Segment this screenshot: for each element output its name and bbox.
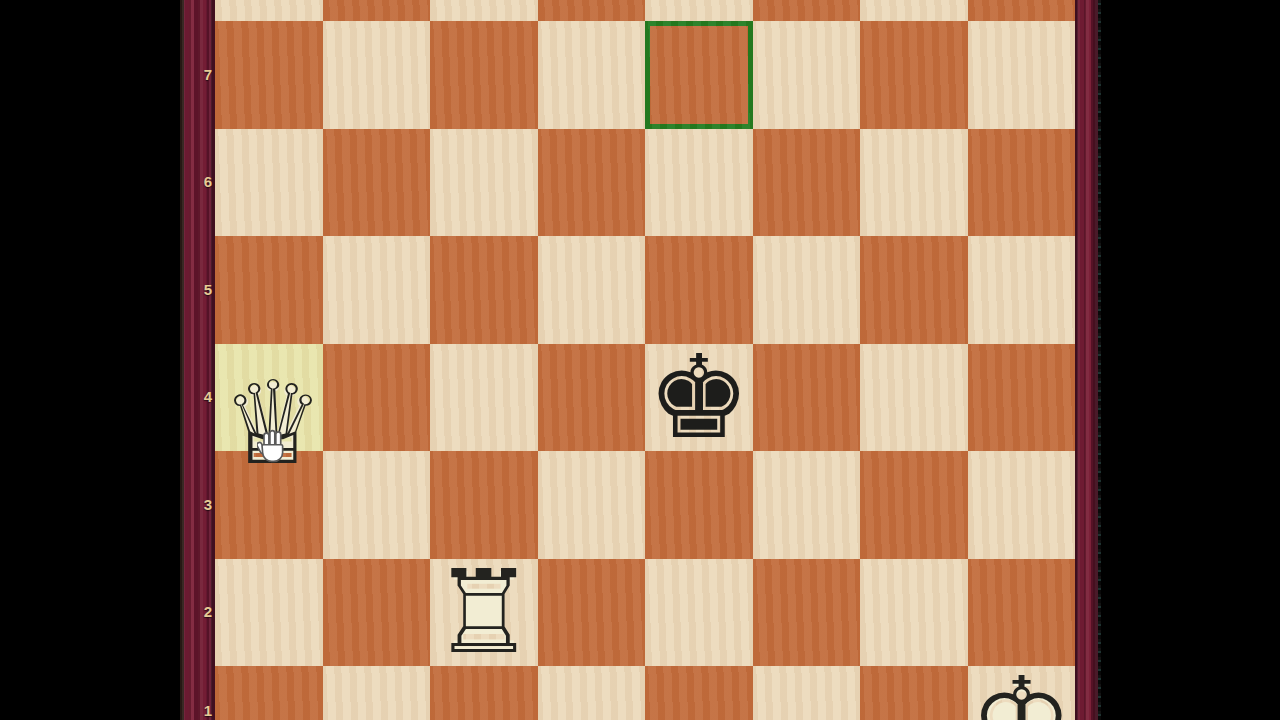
square-b1[interactable] <box>323 666 431 720</box>
square-h4[interactable] <box>968 344 1076 452</box>
square-d7[interactable] <box>538 21 646 129</box>
square-e6[interactable] <box>645 129 753 237</box>
square-a6[interactable] <box>215 129 323 237</box>
square-c7[interactable] <box>430 21 538 129</box>
square-b2[interactable] <box>323 559 431 667</box>
square-d8[interactable] <box>538 0 646 21</box>
square-h5[interactable] <box>968 236 1076 344</box>
square-g1[interactable] <box>860 666 968 720</box>
square-d6[interactable] <box>538 129 646 237</box>
video-edge-artifact <box>1098 0 1101 720</box>
rank-label-7: 7 <box>198 66 212 84</box>
piece-outline-glyph: ♚ <box>647 340 750 455</box>
piece-outline-glyph: ♖ <box>432 555 535 670</box>
square-d4[interactable] <box>538 344 646 452</box>
square-h1[interactable]: ♚♔ <box>968 666 1076 720</box>
square-g8[interactable] <box>860 0 968 21</box>
square-c2[interactable]: ♜♖ <box>430 559 538 667</box>
board-frame-left: 7654321 <box>180 0 215 720</box>
square-a8[interactable] <box>215 0 323 21</box>
rank-label-4: 4 <box>198 388 212 406</box>
board-viewport: ♛♕♚♜♖♚♔ <box>215 0 1075 720</box>
square-d3[interactable] <box>538 451 646 559</box>
square-f3[interactable] <box>753 451 861 559</box>
square-e4[interactable]: ♚ <box>645 344 753 452</box>
square-g7[interactable] <box>860 21 968 129</box>
square-g4[interactable] <box>860 344 968 452</box>
white-rook[interactable]: ♜♖ <box>430 559 538 667</box>
chess-board[interactable]: ♛♕♚♜♖♚♔ <box>215 0 1075 720</box>
rank-label-1: 1 <box>198 702 212 720</box>
square-h6[interactable] <box>968 129 1076 237</box>
hand-grab-cursor <box>257 428 289 464</box>
piece-outline-glyph: ♔ <box>970 662 1073 720</box>
square-f6[interactable] <box>753 129 861 237</box>
square-d5[interactable] <box>538 236 646 344</box>
square-a1[interactable] <box>215 666 323 720</box>
square-f2[interactable] <box>753 559 861 667</box>
square-g5[interactable] <box>860 236 968 344</box>
square-f4[interactable] <box>753 344 861 452</box>
square-f5[interactable] <box>753 236 861 344</box>
square-b3[interactable] <box>323 451 431 559</box>
square-e3[interactable] <box>645 451 753 559</box>
square-g2[interactable] <box>860 559 968 667</box>
square-b4[interactable] <box>323 344 431 452</box>
square-h7[interactable] <box>968 21 1076 129</box>
rank-label-2: 2 <box>198 603 212 621</box>
square-f8[interactable] <box>753 0 861 21</box>
square-b5[interactable] <box>323 236 431 344</box>
square-c4[interactable] <box>430 344 538 452</box>
rank-label-6: 6 <box>198 173 212 191</box>
square-f1[interactable] <box>753 666 861 720</box>
video-frame: 7654321 ♛♕♚♜♖♚♔ <box>0 0 1280 720</box>
square-e2[interactable] <box>645 559 753 667</box>
square-h2[interactable] <box>968 559 1076 667</box>
square-c5[interactable] <box>430 236 538 344</box>
square-e8[interactable] <box>645 0 753 21</box>
square-a7[interactable] <box>215 21 323 129</box>
square-f7[interactable] <box>753 21 861 129</box>
square-c3[interactable] <box>430 451 538 559</box>
square-a5[interactable] <box>215 236 323 344</box>
square-b7[interactable] <box>323 21 431 129</box>
square-b6[interactable] <box>323 129 431 237</box>
square-c6[interactable] <box>430 129 538 237</box>
rank-label-3: 3 <box>198 496 212 514</box>
square-e7[interactable] <box>645 21 753 129</box>
square-e1[interactable] <box>645 666 753 720</box>
square-c8[interactable] <box>430 0 538 21</box>
square-b8[interactable] <box>323 0 431 21</box>
square-g6[interactable] <box>860 129 968 237</box>
square-g3[interactable] <box>860 451 968 559</box>
white-king[interactable]: ♚♔ <box>968 666 1076 720</box>
black-king[interactable]: ♚ <box>645 344 753 452</box>
square-h3[interactable] <box>968 451 1076 559</box>
square-a2[interactable] <box>215 559 323 667</box>
square-d2[interactable] <box>538 559 646 667</box>
square-h8[interactable] <box>968 0 1076 21</box>
rank-label-5: 5 <box>198 281 212 299</box>
square-d1[interactable] <box>538 666 646 720</box>
board-frame-right <box>1075 0 1098 720</box>
square-e5[interactable] <box>645 236 753 344</box>
